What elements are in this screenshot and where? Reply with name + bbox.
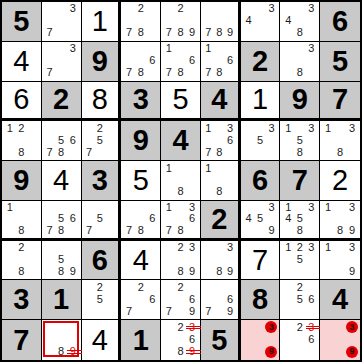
candidate-2: 2: [94, 281, 105, 293]
candidate-8: 8: [214, 27, 225, 39]
cell-r9c1[interactable]: 7: [2, 320, 42, 360]
candidate-2: 2: [175, 242, 187, 254]
candidate-1: 1: [4, 122, 16, 134]
candidate-grid: 389: [201, 241, 238, 280]
candidate-7: 7: [163, 27, 175, 39]
candidate-8: 8: [175, 186, 187, 198]
candidate-grid: 257: [82, 121, 119, 160]
candidate-grid: 589: [42, 241, 81, 280]
candidate-grid: 3459: [241, 201, 280, 238]
given-digit: 6: [92, 246, 108, 275]
candidate-9: 9: [67, 266, 79, 278]
cell-r9c9[interactable]: 39: [320, 320, 360, 360]
candidate-9: 9: [186, 27, 198, 39]
candidate-grid: 23689: [161, 320, 200, 360]
candidate-1: 1: [163, 43, 175, 55]
candidate-5: 5: [55, 254, 67, 266]
cell-r8c1[interactable]: 3: [2, 280, 42, 320]
candidate-7: 7: [84, 224, 95, 235]
cell-r6c7[interactable]: 3459: [241, 201, 281, 241]
candidate-7: 7: [123, 305, 135, 317]
candidate-6: 6: [67, 213, 79, 224]
candidate-grid: 789: [201, 2, 238, 41]
candidate-1: 1: [4, 202, 16, 213]
cell-r7c2[interactable]: 589: [42, 241, 82, 281]
given-digit: 8: [252, 285, 268, 314]
cell-r6c6[interactable]: 2: [201, 201, 241, 241]
candidate-grid: 34: [241, 2, 280, 41]
candidate-6: 6: [67, 134, 79, 146]
candidate-grid: 57: [82, 201, 119, 238]
given-digit: 9: [133, 126, 149, 155]
given-digit: 9: [13, 166, 29, 195]
cell-r9c8[interactable]: 236: [280, 320, 320, 360]
cell-r6c1[interactable]: 18: [2, 201, 42, 241]
candidate-5: 5: [254, 134, 266, 146]
candidate-6: 6: [225, 293, 236, 305]
cell-r1c8[interactable]: 348: [280, 2, 320, 42]
candidate-grid: 1389: [320, 201, 360, 238]
cell-r5c1[interactable]: 9: [2, 161, 42, 201]
hint-pair-candidate-9: 9: [346, 346, 358, 358]
cell-r2c7[interactable]: 2: [241, 42, 281, 82]
cell-r1c1[interactable]: 5: [2, 2, 42, 42]
candidate-6: 6: [225, 134, 236, 146]
given-digit: 4: [172, 126, 188, 155]
candidate-grid: 2389: [161, 241, 200, 280]
candidate-6: 6: [306, 333, 318, 345]
cell-r8c8[interactable]: 256: [280, 280, 320, 320]
candidate-8: 8: [175, 346, 187, 358]
candidate-6: 6: [306, 293, 318, 305]
cell-r9c3[interactable]: 4: [82, 320, 122, 360]
candidate-3: 3: [67, 43, 79, 55]
candidate-3: 3: [225, 242, 236, 254]
candidate-grid: 678: [121, 42, 160, 81]
cell-r9c7[interactable]: 39: [241, 320, 281, 360]
cell-r7c1[interactable]: 28: [2, 241, 42, 281]
candidate-1: 1: [163, 162, 175, 174]
candidate-3: 3: [306, 3, 318, 15]
cell-r3c6[interactable]: 4: [201, 82, 241, 122]
candidate-grid: 18: [201, 161, 238, 200]
candidate-5: 5: [294, 293, 306, 305]
candidate-5: 5: [94, 293, 105, 305]
cell-r4c8[interactable]: 1358: [280, 121, 320, 161]
cell-r3c7[interactable]: 1: [241, 82, 281, 122]
given-digit: 9: [92, 47, 108, 76]
candidate-6: 6: [186, 333, 198, 345]
candidate-5: 5: [94, 134, 105, 146]
candidate-4: 4: [243, 213, 255, 224]
candidate-grid: 5678: [42, 201, 81, 238]
candidate-8: 8: [175, 224, 187, 235]
candidate-5: 5: [254, 213, 266, 224]
candidate-8: 8: [214, 146, 225, 158]
candidate-grid: 37: [42, 2, 81, 41]
candidate-8: 8: [175, 27, 187, 39]
candidate-grid: 138: [320, 121, 360, 160]
given-digit: 4: [211, 85, 227, 114]
cell-r8c3[interactable]: 25: [82, 280, 122, 320]
cell-r5c5[interactable]: 18: [161, 161, 201, 201]
given-digit: 7: [292, 166, 308, 195]
cell-r8c6[interactable]: 679: [201, 280, 241, 320]
candidate-grid: 267: [121, 280, 160, 319]
candidate-7: 7: [203, 27, 214, 39]
candidate-7: 7: [84, 146, 95, 158]
candidate-7: 7: [123, 27, 135, 39]
candidate-1: 1: [203, 122, 214, 134]
given-digit: 3: [133, 85, 149, 114]
cell-r4c6[interactable]: 13678: [201, 121, 241, 161]
candidate-grid: 128: [2, 121, 41, 160]
candidate-9: 9: [346, 224, 358, 235]
cell-r9c4[interactable]: 1: [121, 320, 161, 360]
candidate-5: 5: [294, 213, 306, 224]
given-digit: 2: [252, 47, 268, 76]
candidate-8: 8: [135, 67, 147, 79]
candidate-2: 2: [175, 281, 187, 293]
solved-digit: 4: [133, 246, 149, 275]
candidate-3: 3: [346, 202, 358, 213]
solved-digit: 4: [53, 166, 69, 195]
candidate-6: 6: [186, 293, 198, 305]
candidate-8: 8: [55, 224, 67, 235]
cell-r1c5[interactable]: 2789: [161, 2, 201, 42]
candidate-4: 4: [243, 15, 255, 27]
candidate-1: 1: [163, 202, 175, 213]
cell-r7c4[interactable]: 4: [121, 241, 161, 281]
candidate-6: 6: [147, 55, 159, 67]
cell-r8c5[interactable]: 2679: [161, 280, 201, 320]
candidate-grid: 1678: [161, 42, 200, 81]
candidate-2: 2: [294, 281, 306, 293]
given-digit: 5: [13, 7, 29, 36]
candidate-7: 7: [203, 67, 214, 79]
solved-digit: 7: [252, 246, 268, 275]
cell-r7c3[interactable]: 6: [82, 241, 122, 281]
candidate-6: 6: [147, 293, 159, 305]
cell-r2c2[interactable]: 37: [42, 42, 82, 82]
candidate-grid: 13678: [201, 121, 238, 160]
candidate-4: 4: [282, 15, 294, 27]
given-digit: 7: [13, 326, 29, 355]
cell-r5c8[interactable]: 7: [280, 161, 320, 201]
cell-r3c3[interactable]: 8: [82, 82, 122, 122]
candidate-8: 8: [16, 224, 28, 235]
candidate-3: 3: [266, 202, 278, 213]
candidate-grid: 39: [241, 320, 280, 360]
candidate-2: 2: [175, 3, 187, 15]
eliminated-candidate-3: 3: [306, 321, 318, 333]
cell-r1c2[interactable]: 37: [42, 2, 82, 42]
candidate-5: 5: [294, 134, 306, 146]
candidate-grid: 35: [241, 121, 280, 160]
solved-digit: 5: [172, 85, 188, 114]
solved-digit: 1: [252, 85, 268, 114]
candidate-3: 3: [266, 3, 278, 15]
candidate-3: 3: [306, 242, 318, 254]
candidate-5: 5: [55, 134, 67, 146]
cell-r2c9[interactable]: 5: [320, 42, 360, 82]
cell-r6c8[interactable]: 13458: [280, 201, 320, 241]
candidate-8: 8: [214, 67, 225, 79]
cell-r3c8[interactable]: 9: [280, 82, 320, 122]
candidate-8: 8: [16, 266, 28, 278]
cell-r1c7[interactable]: 34: [241, 2, 281, 42]
cell-r2c1[interactable]: 4: [2, 42, 42, 82]
candidate-grid: 278: [121, 2, 160, 41]
solved-digit: 1: [92, 7, 108, 36]
hint-pair-candidate-3: 3: [265, 321, 277, 333]
candidate-5: 5: [55, 213, 67, 224]
candidate-8: 8: [135, 27, 147, 39]
candidate-grid: 39: [320, 320, 360, 360]
candidate-6: 6: [147, 213, 159, 224]
candidate-grid: 1235: [280, 241, 319, 280]
candidate-grid: 236: [280, 320, 319, 360]
cell-r1c6[interactable]: 789: [201, 2, 241, 42]
candidate-8: 8: [175, 67, 187, 79]
candidate-7: 7: [163, 305, 175, 317]
solved-digit: 4: [13, 47, 29, 76]
candidate-7: 7: [163, 224, 175, 235]
candidate-grid: 678: [121, 201, 160, 238]
candidate-8: 8: [214, 266, 225, 278]
cell-r6c5[interactable]: 13678: [161, 201, 201, 241]
candidate-grid: 18: [2, 201, 41, 238]
candidate-1: 1: [322, 202, 334, 213]
given-digit: 1: [53, 285, 69, 314]
cell-r9c2[interactable]: 89: [42, 320, 82, 360]
cell-r6c3[interactable]: 57: [82, 201, 122, 241]
candidate-6: 6: [186, 213, 198, 224]
candidate-8: 8: [16, 146, 28, 158]
cell-r4c4[interactable]: 9: [121, 121, 161, 161]
cell-r4c2[interactable]: 5678: [42, 121, 82, 161]
cell-r5c7[interactable]: 6: [241, 161, 281, 201]
hint-pair-candidate-wrap: 3: [265, 321, 277, 333]
candidate-7: 7: [44, 27, 56, 39]
candidate-grid: 25: [82, 280, 119, 319]
given-digit: 4: [332, 285, 348, 314]
candidate-3: 3: [346, 122, 358, 134]
solved-digit: 2: [332, 166, 348, 195]
given-digit: 3: [13, 285, 29, 314]
candidate-9: 9: [225, 27, 236, 39]
candidate-1: 1: [203, 43, 214, 55]
candidate-7: 7: [123, 224, 135, 235]
cell-r7c8[interactable]: 1235: [280, 241, 320, 281]
cell-r6c4[interactable]: 678: [121, 201, 161, 241]
candidate-7: 7: [44, 146, 56, 158]
cell-r1c9[interactable]: 6: [320, 2, 360, 42]
candidate-grid: 1358: [280, 121, 319, 160]
candidate-7: 7: [203, 305, 214, 317]
cell-r3c5[interactable]: 5: [161, 82, 201, 122]
hint-pair-candidate-9: 9: [265, 346, 277, 358]
cell-r7c6[interactable]: 389: [201, 241, 241, 281]
candidate-grid: 37: [42, 42, 81, 81]
candidate-5: 5: [94, 213, 105, 224]
cell-r2c6[interactable]: 1678: [201, 42, 241, 82]
candidate-7: 7: [123, 67, 135, 79]
candidate-1: 1: [282, 242, 294, 254]
candidate-8: 8: [294, 27, 306, 39]
candidate-8: 8: [175, 266, 187, 278]
solved-digit: 5: [133, 166, 149, 195]
given-digit: 1: [133, 326, 149, 355]
cell-r5c3[interactable]: 3: [82, 161, 122, 201]
candidate-8: 8: [294, 67, 306, 79]
cell-r7c7[interactable]: 7: [241, 241, 281, 281]
candidate-grid: 679: [201, 280, 238, 319]
cell-r4c5[interactable]: 4: [161, 121, 201, 161]
cell-r8c9[interactable]: 4: [320, 280, 360, 320]
cell-r5c9[interactable]: 2: [320, 161, 360, 201]
cell-r1c4[interactable]: 278: [121, 2, 161, 42]
given-digit: 9: [292, 85, 308, 114]
cell-r4c3[interactable]: 257: [82, 121, 122, 161]
given-digit: 6: [252, 166, 268, 195]
candidate-2: 2: [135, 3, 147, 15]
candidate-1: 1: [322, 122, 334, 134]
cell-r6c9[interactable]: 1389: [320, 201, 360, 241]
cell-r7c5[interactable]: 2389: [161, 241, 201, 281]
candidate-grid: 139: [320, 241, 360, 280]
candidate-8: 8: [214, 186, 225, 198]
candidate-8: 8: [294, 224, 306, 235]
candidate-9: 9: [186, 305, 198, 317]
cell-r9c5[interactable]: 23689: [161, 320, 201, 360]
candidate-2: 2: [294, 242, 306, 254]
candidate-7: 7: [44, 67, 56, 79]
candidate-2: 2: [175, 321, 187, 333]
candidate-6: 6: [186, 55, 198, 67]
candidate-2: 2: [294, 321, 306, 333]
hint-pair-candidate-wrap: 9: [346, 346, 358, 358]
candidate-7: 7: [44, 224, 56, 235]
cell-r2c3[interactable]: 9: [82, 42, 122, 82]
candidate-8: 8: [55, 146, 67, 158]
candidate-grid: 2679: [161, 280, 200, 319]
candidate-grid: 13678: [161, 201, 200, 238]
cell-r9c6[interactable]: 5: [201, 320, 241, 360]
candidate-3: 3: [67, 3, 79, 15]
candidate-8: 8: [55, 266, 67, 278]
solved-digit: 4: [92, 326, 108, 355]
cell-r3c4[interactable]: 3: [121, 82, 161, 122]
candidate-3: 3: [186, 242, 198, 254]
cell-r5c2[interactable]: 4: [42, 161, 82, 201]
candidate-grid: 89: [42, 320, 81, 360]
eliminated-candidate-9: 9: [67, 346, 79, 358]
hint-pair-candidate-3: 3: [346, 321, 358, 333]
hint-pair-candidate-wrap: 3: [346, 321, 358, 333]
candidate-9: 9: [225, 305, 236, 317]
candidate-grid: 18: [161, 161, 200, 200]
candidate-3: 3: [266, 122, 278, 134]
candidate-2: 2: [16, 242, 28, 254]
cell-r4c1[interactable]: 128: [2, 121, 42, 161]
given-digit: 6: [332, 7, 348, 36]
candidate-grid: 5678: [42, 121, 81, 160]
candidate-2: 2: [94, 122, 105, 134]
candidate-8: 8: [334, 146, 346, 158]
cell-r5c6[interactable]: 18: [201, 161, 241, 201]
given-digit: 3: [92, 166, 108, 195]
candidate-8: 8: [294, 146, 306, 158]
candidate-3: 3: [306, 202, 318, 213]
candidate-1: 1: [322, 242, 334, 254]
solved-digit: 8: [92, 85, 108, 114]
candidate-2: 2: [135, 281, 147, 293]
cell-r4c7[interactable]: 35: [241, 121, 281, 161]
eliminated-candidate-3: 3: [186, 321, 198, 333]
candidate-7: 7: [163, 67, 175, 79]
given-digit: 2: [53, 85, 69, 114]
candidate-8: 8: [334, 224, 346, 235]
candidate-8: 8: [55, 346, 67, 358]
sudoku-board: 5371278278978934348643796781678167823856…: [0, 0, 362, 362]
candidate-4: 4: [282, 213, 294, 224]
candidate-grid: 38: [280, 42, 319, 81]
eliminated-candidate-9: 9: [186, 346, 198, 358]
candidate-9: 9: [346, 266, 358, 278]
cell-r1c3[interactable]: 1: [82, 2, 122, 42]
candidate-3: 3: [306, 43, 318, 55]
cell-r6c2[interactable]: 5678: [42, 201, 82, 241]
candidate-2: 2: [16, 122, 28, 134]
candidate-3: 3: [306, 122, 318, 134]
cell-r4c9[interactable]: 138: [320, 121, 360, 161]
cell-r8c4[interactable]: 267: [121, 280, 161, 320]
candidate-grid: 28: [2, 241, 41, 280]
cell-r2c8[interactable]: 38: [280, 42, 320, 82]
cell-r3c2[interactable]: 2: [42, 82, 82, 122]
cell-r5c4[interactable]: 5: [121, 161, 161, 201]
candidate-grid: 256: [280, 280, 319, 319]
given-digit: 5: [211, 326, 227, 355]
candidate-6: 6: [225, 55, 236, 67]
candidate-3: 3: [225, 122, 236, 134]
candidate-grid: 1678: [201, 42, 238, 81]
candidate-7: 7: [203, 146, 214, 158]
candidate-9: 9: [266, 224, 278, 235]
candidate-9: 9: [186, 266, 198, 278]
cell-r2c4[interactable]: 678: [121, 42, 161, 82]
candidate-5: 5: [294, 254, 306, 266]
candidate-grid: 348: [280, 2, 319, 41]
candidate-grid: 13458: [280, 201, 319, 238]
candidate-grid: 2789: [161, 2, 200, 41]
cell-r2c5[interactable]: 1678: [161, 42, 201, 82]
cell-r7c9[interactable]: 139: [320, 241, 360, 281]
candidate-3: 3: [346, 242, 358, 254]
cell-r8c2[interactable]: 1: [42, 280, 82, 320]
candidate-1: 1: [203, 162, 214, 174]
cell-r3c9[interactable]: 7: [320, 82, 360, 122]
hint-pair-candidate-wrap: 9: [265, 346, 277, 358]
cell-r3c1[interactable]: 6: [2, 82, 42, 122]
given-digit: 2: [211, 205, 227, 234]
cell-r8c7[interactable]: 8: [241, 280, 281, 320]
given-digit: 7: [332, 85, 348, 114]
candidate-1: 1: [282, 122, 294, 134]
given-digit: 5: [332, 47, 348, 76]
solved-digit: 6: [13, 85, 29, 114]
